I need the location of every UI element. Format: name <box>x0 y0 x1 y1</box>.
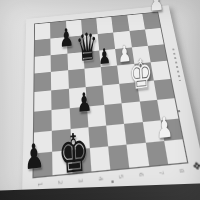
piece-black-pawn[interactable]: ♟ <box>98 45 112 68</box>
coord-label: 7 <box>158 170 164 174</box>
square-d1[interactable] <box>90 147 111 172</box>
square-a5[interactable] <box>34 72 51 92</box>
board <box>32 12 188 179</box>
square-d2[interactable] <box>88 125 108 148</box>
square-h4[interactable] <box>154 79 175 100</box>
piece-black-pawn[interactable]: ♟ <box>59 26 75 52</box>
piece-black-pawn[interactable]: ♟ <box>76 89 93 117</box>
square-h5[interactable] <box>150 61 170 81</box>
square-a6[interactable] <box>35 55 52 74</box>
square-e8[interactable] <box>96 17 113 34</box>
square-b6[interactable] <box>51 53 68 72</box>
piece-white-king[interactable]: ♚ <box>128 53 154 96</box>
square-a4[interactable] <box>34 90 52 111</box>
square-a8[interactable] <box>35 23 51 40</box>
piece-black-queen[interactable]: ♛ <box>75 27 99 67</box>
piece-black-pawn[interactable]: ♟ <box>23 139 45 175</box>
coord-label: 5 <box>118 174 124 178</box>
piece-black-king[interactable]: ♚ <box>57 125 91 181</box>
chess-mat: 1 2 3 4 5 6 7 8 ❖ <box>22 5 200 200</box>
square-e5[interactable] <box>101 66 120 86</box>
coord-label: 1 <box>37 182 43 186</box>
square-b5[interactable] <box>51 70 68 90</box>
square-d5[interactable] <box>84 67 102 87</box>
piece-white-pawn[interactable]: ♟ <box>148 0 165 16</box>
coord-label: 4 <box>98 176 104 180</box>
edge-print-marks <box>172 49 181 81</box>
square-a3[interactable] <box>34 110 52 132</box>
photo-frame: 1 2 3 4 5 6 7 8 ❖ ♟ ♟ ♛ ♟ ♟ ♚ ♟ ♟ ♚ ♟ <box>0 0 200 200</box>
square-a7[interactable] <box>35 38 51 56</box>
coord-label: 8 <box>178 169 184 173</box>
square-h7[interactable] <box>145 28 164 46</box>
square-b4[interactable] <box>51 89 69 110</box>
square-c5[interactable] <box>68 69 86 89</box>
coord-label: 6 <box>138 172 144 176</box>
piece-white-pawn[interactable]: ♟ <box>155 113 173 143</box>
corner-ornament-icon: ❖ <box>191 161 200 173</box>
